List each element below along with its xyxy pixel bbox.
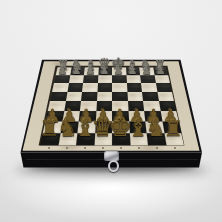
border-mark: [138, 147, 140, 149]
square-d5: [96, 91, 112, 100]
square-b5: [65, 91, 82, 100]
border-mark: [174, 147, 176, 149]
piece-silver-pawn: ♟: [114, 64, 124, 75]
square-h5: [156, 91, 173, 100]
square-c6: [82, 83, 97, 92]
piece-silver-pawn: ♟: [142, 64, 152, 75]
square-e5: [112, 91, 128, 100]
border-mark: [66, 147, 68, 149]
product-photo-scene: ♜♞♝♛♚♝♞♜♟♟♟♟♟♟♟♟♟♟♟♟♟♟♟♟♜♞♝♛♚♝♞♜: [0, 0, 222, 222]
border-mark: [84, 147, 86, 149]
piece-silver-pawn: ♟: [156, 64, 166, 75]
piece-silver-pawn: ♟: [57, 64, 67, 75]
piece-bronze-rook: ♜: [164, 117, 184, 139]
square-c5: [81, 91, 97, 100]
square-a6: [52, 83, 68, 92]
square-d6: [97, 83, 112, 92]
square-g6: [140, 83, 156, 92]
square-h6: [155, 83, 171, 92]
square-g5: [141, 91, 158, 100]
piece-silver-pawn: ♟: [100, 64, 110, 75]
border-mark: [156, 147, 158, 149]
clasp-loop-icon: [108, 160, 119, 172]
border-mark: [120, 147, 122, 149]
piece-silver-pawn: ♟: [71, 64, 81, 75]
piece-silver-pawn: ♟: [86, 64, 96, 75]
clasp-latch-icon: [104, 151, 119, 161]
square-f5: [126, 91, 142, 100]
square-f6: [126, 83, 141, 92]
border-mark: [102, 147, 104, 149]
square-b6: [67, 83, 83, 92]
border-mark: [48, 147, 50, 149]
square-a5: [50, 91, 67, 100]
piece-silver-pawn: ♟: [128, 64, 138, 75]
square-e6: [112, 83, 127, 92]
